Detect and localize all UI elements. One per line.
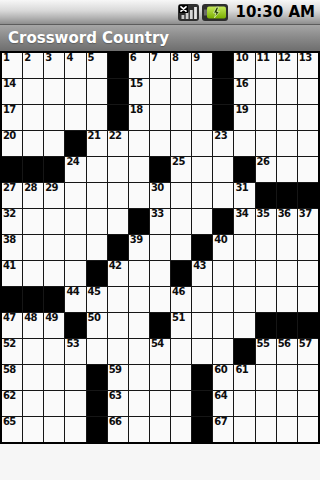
cell-r7c14[interactable]: 36: [277, 209, 297, 234]
status-bar-clock: 10:30 AM: [235, 3, 315, 21]
cell-r13c2[interactable]: [23, 365, 43, 390]
cell-r7c6[interactable]: [108, 209, 128, 234]
clue-number: 18: [130, 104, 143, 116]
cell-r4c13[interactable]: [256, 131, 276, 156]
cell-r5c10[interactable]: [192, 157, 212, 182]
cell-r7c7: [129, 209, 149, 234]
cell-r3c9[interactable]: [171, 105, 191, 130]
cell-r2c12[interactable]: 16: [234, 79, 254, 104]
cell-r11c13: [256, 313, 276, 338]
cell-r12c2[interactable]: [23, 339, 43, 364]
clue-number: 7: [151, 52, 157, 64]
cell-r2c15[interactable]: [298, 79, 318, 104]
cell-r9c2[interactable]: [23, 261, 43, 286]
clue-number: 37: [299, 208, 312, 220]
clue-number: 38: [3, 234, 16, 246]
cell-r6c13: [256, 183, 276, 208]
cell-r14c7[interactable]: [129, 391, 149, 416]
cell-r11c14: [277, 313, 297, 338]
cell-r1c2[interactable]: 2: [23, 53, 43, 78]
cell-r6c14: [277, 183, 297, 208]
clue-number: 60: [214, 364, 227, 376]
clue-number: 8: [172, 52, 178, 64]
cell-r6c4[interactable]: [65, 183, 85, 208]
cell-r11c10[interactable]: [192, 313, 212, 338]
cell-r10c5[interactable]: 45: [87, 287, 107, 312]
cell-r6c11[interactable]: [213, 183, 233, 208]
clue-number: 35: [257, 208, 270, 220]
cell-r3c10[interactable]: [192, 105, 212, 130]
cell-r12c14[interactable]: 56: [277, 339, 297, 364]
clue-number: 36: [278, 208, 291, 220]
cell-r13c9[interactable]: [171, 365, 191, 390]
clue-number: 65: [3, 416, 16, 428]
cell-r8c13[interactable]: [256, 235, 276, 260]
cell-r9c4[interactable]: [65, 261, 85, 286]
cell-r15c6[interactable]: 66: [108, 417, 128, 442]
cell-r13c4[interactable]: [65, 365, 85, 390]
clue-number: 3: [45, 52, 51, 64]
cell-r12c10[interactable]: [192, 339, 212, 364]
cell-r12c8[interactable]: 54: [150, 339, 170, 364]
battery-charging-icon: [202, 4, 228, 21]
cell-r2c5[interactable]: [87, 79, 107, 104]
clue-number: 42: [109, 260, 122, 272]
cell-r10c11[interactable]: [213, 287, 233, 312]
crossword-board: 1234567891011121314151617181920212223242…: [0, 51, 320, 444]
cell-r9c5: [87, 261, 107, 286]
cell-r15c7[interactable]: [129, 417, 149, 442]
clue-number: 40: [214, 234, 227, 246]
cell-r9c10[interactable]: 43: [192, 261, 212, 286]
clue-number: 52: [3, 338, 16, 350]
clue-number: 5: [88, 52, 94, 64]
phone-screen: 10:30 AM Crossword Country 1234567891011…: [0, 0, 320, 480]
cell-r5c9[interactable]: 25: [171, 157, 191, 182]
clue-number: 24: [66, 156, 79, 168]
cell-r3c15[interactable]: [298, 105, 318, 130]
cell-r12c7[interactable]: [129, 339, 149, 364]
cell-r3c14[interactable]: [277, 105, 297, 130]
clue-number: 29: [45, 182, 58, 194]
cell-r9c7[interactable]: [129, 261, 149, 286]
cell-r2c6: [108, 79, 128, 104]
cell-r15c4[interactable]: [65, 417, 85, 442]
clue-number: 4: [66, 52, 72, 64]
cell-r3c5[interactable]: [87, 105, 107, 130]
clue-number: 50: [88, 312, 101, 324]
cell-r11c3[interactable]: 49: [44, 313, 64, 338]
cell-r10c12[interactable]: [234, 287, 254, 312]
cell-r15c1[interactable]: 65: [2, 417, 22, 442]
cell-r6c15: [298, 183, 318, 208]
cell-r6c10[interactable]: [192, 183, 212, 208]
cell-r1c9[interactable]: 8: [171, 53, 191, 78]
cell-r8c10: [192, 235, 212, 260]
clue-number: 43: [193, 260, 206, 272]
cell-r15c3[interactable]: [44, 417, 64, 442]
cell-r10c9[interactable]: 46: [171, 287, 191, 312]
cell-r3c4[interactable]: [65, 105, 85, 130]
clue-number: 46: [172, 286, 185, 298]
cell-r2c8[interactable]: [150, 79, 170, 104]
cell-r9c14[interactable]: [277, 261, 297, 286]
cell-r15c11[interactable]: 67: [213, 417, 233, 442]
cell-r2c9[interactable]: [171, 79, 191, 104]
cell-r5c3: [44, 157, 64, 182]
cell-r5c2: [23, 157, 43, 182]
cell-r15c12[interactable]: [234, 417, 254, 442]
cell-r1c6: [108, 53, 128, 78]
cell-r14c4[interactable]: [65, 391, 85, 416]
cell-r14c2[interactable]: [23, 391, 43, 416]
cell-r6c12[interactable]: 31: [234, 183, 254, 208]
cell-r9c12[interactable]: [234, 261, 254, 286]
cell-r8c9[interactable]: [171, 235, 191, 260]
cell-r13c3[interactable]: [44, 365, 64, 390]
clue-number: 51: [172, 312, 185, 324]
cell-r13c11[interactable]: 60: [213, 365, 233, 390]
cell-r5c15[interactable]: [298, 157, 318, 182]
cell-r10c13[interactable]: [256, 287, 276, 312]
clue-number: 17: [3, 104, 16, 116]
clue-number: 62: [3, 390, 16, 402]
cell-r3c13[interactable]: [256, 105, 276, 130]
clue-number: 9: [193, 52, 199, 64]
clue-number: 2: [24, 52, 30, 64]
clue-number: 33: [151, 208, 164, 220]
clue-number: 61: [235, 364, 248, 376]
clue-number: 30: [151, 182, 164, 194]
clue-number: 25: [172, 156, 185, 168]
cell-r1c4[interactable]: 4: [65, 53, 85, 78]
cell-r10c14[interactable]: [277, 287, 297, 312]
cell-r10c7[interactable]: [129, 287, 149, 312]
clue-number: 12: [278, 52, 291, 64]
cell-r8c3[interactable]: [44, 235, 64, 260]
cell-r9c15[interactable]: [298, 261, 318, 286]
cell-r7c12[interactable]: 34: [234, 209, 254, 234]
cell-r2c4[interactable]: [65, 79, 85, 104]
cell-r8c5[interactable]: [87, 235, 107, 260]
cell-r11c15: [298, 313, 318, 338]
clue-number: 16: [235, 78, 248, 90]
clue-number: 13: [299, 52, 312, 64]
cell-r4c5[interactable]: 21: [87, 131, 107, 156]
cell-r11c5[interactable]: 50: [87, 313, 107, 338]
cell-r11c2[interactable]: 48: [23, 313, 43, 338]
cell-r8c6: [108, 235, 128, 260]
cell-r5c13[interactable]: 26: [256, 157, 276, 182]
clue-number: 11: [257, 52, 270, 64]
clue-number: 45: [88, 286, 101, 298]
cell-r10c4[interactable]: 44: [65, 287, 85, 312]
clue-number: 58: [3, 364, 16, 376]
cell-r13c15[interactable]: [298, 365, 318, 390]
cell-r14c15[interactable]: [298, 391, 318, 416]
cell-r12c13[interactable]: 55: [256, 339, 276, 364]
cell-r10c10[interactable]: [192, 287, 212, 312]
cell-r6c8[interactable]: 30: [150, 183, 170, 208]
cell-r8c8[interactable]: [150, 235, 170, 260]
cell-r9c13[interactable]: [256, 261, 276, 286]
cell-r14c10: [192, 391, 212, 416]
clue-number: 41: [3, 260, 16, 272]
clue-number: 59: [109, 364, 122, 376]
cell-r7c15[interactable]: 37: [298, 209, 318, 234]
cell-r13c6[interactable]: 59: [108, 365, 128, 390]
cell-r14c14[interactable]: [277, 391, 297, 416]
cell-r15c15[interactable]: [298, 417, 318, 442]
signal-no-signal-icon: [178, 4, 199, 21]
cell-r1c7[interactable]: 6: [129, 53, 149, 78]
cell-r9c9: [171, 261, 191, 286]
clue-number: 34: [235, 208, 248, 220]
clue-number: 28: [24, 182, 37, 194]
cell-r1c13[interactable]: 11: [256, 53, 276, 78]
clue-number: 19: [235, 104, 248, 116]
cell-r5c11[interactable]: [213, 157, 233, 182]
cell-r5c7[interactable]: [129, 157, 149, 182]
cell-r5c6[interactable]: [108, 157, 128, 182]
status-bar: 10:30 AM: [0, 0, 320, 25]
cell-r11c12[interactable]: [234, 313, 254, 338]
cell-r10c15[interactable]: [298, 287, 318, 312]
cell-r10c6[interactable]: [108, 287, 128, 312]
clue-number: 31: [235, 182, 248, 194]
cell-r3c1[interactable]: 17: [2, 105, 22, 130]
cell-r10c2: [23, 287, 43, 312]
cell-r5c14[interactable]: [277, 157, 297, 182]
clue-number: 20: [3, 130, 16, 142]
cell-r2c14[interactable]: [277, 79, 297, 104]
cell-r4c14[interactable]: [277, 131, 297, 156]
clue-number: 66: [109, 416, 122, 428]
cell-r13c12[interactable]: 61: [234, 365, 254, 390]
cell-r15c2[interactable]: [23, 417, 43, 442]
clue-number: 53: [66, 338, 79, 350]
clue-number: 49: [45, 312, 58, 324]
cell-r5c5[interactable]: [87, 157, 107, 182]
cell-r4c9[interactable]: [171, 131, 191, 156]
cell-r14c12[interactable]: [234, 391, 254, 416]
clue-number: 48: [24, 312, 37, 324]
cell-r8c14[interactable]: [277, 235, 297, 260]
clue-number: 63: [109, 390, 122, 402]
cell-r12c9[interactable]: [171, 339, 191, 364]
cell-r5c8: [150, 157, 170, 182]
cell-r14c13[interactable]: [256, 391, 276, 416]
cell-r15c13[interactable]: [256, 417, 276, 442]
cell-r7c1[interactable]: 32: [2, 209, 22, 234]
clue-number: 39: [130, 234, 143, 246]
cell-r3c3[interactable]: [44, 105, 64, 130]
cell-r4c1[interactable]: 20: [2, 131, 22, 156]
cell-r6c5[interactable]: [87, 183, 107, 208]
cell-r1c11: [213, 53, 233, 78]
cell-r10c1: [2, 287, 22, 312]
cell-r4c8[interactable]: [150, 131, 170, 156]
cell-r4c3[interactable]: [44, 131, 64, 156]
cell-r5c12: [234, 157, 254, 182]
cell-r12c5[interactable]: [87, 339, 107, 364]
cell-r8c7[interactable]: 39: [129, 235, 149, 260]
cell-r10c8[interactable]: [150, 287, 170, 312]
cell-r3c8[interactable]: [150, 105, 170, 130]
cell-r7c13[interactable]: 35: [256, 209, 276, 234]
cell-r13c1[interactable]: 58: [2, 365, 22, 390]
clue-number: 64: [214, 390, 227, 402]
app-title: Crossword Country: [8, 29, 169, 47]
cell-r8c15[interactable]: [298, 235, 318, 260]
cell-r11c6[interactable]: [108, 313, 128, 338]
cell-r1c3[interactable]: 3: [44, 53, 64, 78]
cell-r8c4[interactable]: [65, 235, 85, 260]
cell-r7c11: [213, 209, 233, 234]
clue-number: 54: [151, 338, 164, 350]
cell-r4c7[interactable]: [129, 131, 149, 156]
clue-number: 44: [66, 286, 79, 298]
cell-r14c8[interactable]: [150, 391, 170, 416]
cell-r14c1[interactable]: 62: [2, 391, 22, 416]
clue-number: 21: [88, 130, 101, 142]
clue-number: 10: [235, 52, 248, 64]
cell-r7c4[interactable]: [65, 209, 85, 234]
cell-r12c12: [234, 339, 254, 364]
clue-number: 22: [109, 130, 122, 142]
cell-r14c3[interactable]: [44, 391, 64, 416]
cell-r9c11[interactable]: [213, 261, 233, 286]
cell-r9c3[interactable]: [44, 261, 64, 286]
cell-r12c3[interactable]: [44, 339, 64, 364]
cell-r10c3: [44, 287, 64, 312]
cell-r3c11: [213, 105, 233, 130]
cell-r13c8[interactable]: [150, 365, 170, 390]
cell-r7c5[interactable]: [87, 209, 107, 234]
cell-r6c2[interactable]: 28: [23, 183, 43, 208]
cell-r1c14[interactable]: 12: [277, 53, 297, 78]
cell-r9c1[interactable]: 41: [2, 261, 22, 286]
cell-r7c2[interactable]: [23, 209, 43, 234]
clue-number: 15: [130, 78, 143, 90]
cell-r6c9[interactable]: [171, 183, 191, 208]
cell-r15c9[interactable]: [171, 417, 191, 442]
cell-r7c9[interactable]: [171, 209, 191, 234]
cell-r13c10: [192, 365, 212, 390]
cell-r8c2[interactable]: [23, 235, 43, 260]
clue-number: 27: [3, 182, 16, 194]
clue-number: 67: [214, 416, 227, 428]
clue-number: 23: [214, 130, 227, 142]
clue-number: 32: [3, 208, 16, 220]
cell-r14c11[interactable]: 64: [213, 391, 233, 416]
cell-r15c14[interactable]: [277, 417, 297, 442]
cell-r8c1[interactable]: 38: [2, 235, 22, 260]
cell-r11c8: [150, 313, 170, 338]
cell-r2c13[interactable]: [256, 79, 276, 104]
cell-r12c4[interactable]: 53: [65, 339, 85, 364]
cell-r11c11[interactable]: [213, 313, 233, 338]
cell-r1c5[interactable]: 5: [87, 53, 107, 78]
cell-r12c6[interactable]: [108, 339, 128, 364]
clue-number: 26: [257, 156, 270, 168]
cell-r3c7[interactable]: 18: [129, 105, 149, 130]
cell-r13c13[interactable]: [256, 365, 276, 390]
cell-r2c3[interactable]: [44, 79, 64, 104]
cell-r2c1[interactable]: 14: [2, 79, 22, 104]
title-bar: Crossword Country: [0, 25, 320, 51]
cell-r3c2[interactable]: [23, 105, 43, 130]
cell-r9c8[interactable]: [150, 261, 170, 286]
cell-r2c2[interactable]: [23, 79, 43, 104]
cell-r4c4: [65, 131, 85, 156]
cell-r5c4[interactable]: 24: [65, 157, 85, 182]
clue-number: 14: [3, 78, 16, 90]
cell-r13c5: [87, 365, 107, 390]
cell-r6c3[interactable]: 29: [44, 183, 64, 208]
cell-r4c10[interactable]: [192, 131, 212, 156]
cell-r14c9[interactable]: [171, 391, 191, 416]
cell-r9c6[interactable]: 42: [108, 261, 128, 286]
cell-r8c11[interactable]: 40: [213, 235, 233, 260]
cell-r1c15[interactable]: 13: [298, 53, 318, 78]
cell-r12c11[interactable]: [213, 339, 233, 364]
cell-r7c10[interactable]: [192, 209, 212, 234]
clue-number: 6: [130, 52, 136, 64]
clue-number: 47: [3, 312, 16, 324]
cell-r7c3[interactable]: [44, 209, 64, 234]
cell-r6c1[interactable]: 27: [2, 183, 22, 208]
clue-number: 55: [257, 338, 270, 350]
cell-r1c1[interactable]: 1: [2, 53, 22, 78]
cell-r15c8[interactable]: [150, 417, 170, 442]
cell-r15c5: [87, 417, 107, 442]
cell-r11c4: [65, 313, 85, 338]
cell-r4c2[interactable]: [23, 131, 43, 156]
cell-r13c14[interactable]: [277, 365, 297, 390]
cell-r6c7[interactable]: [129, 183, 149, 208]
cell-r14c5: [87, 391, 107, 416]
cell-r4c12[interactable]: [234, 131, 254, 156]
cell-r11c7[interactable]: [129, 313, 149, 338]
cell-r5c1: [2, 157, 22, 182]
cell-r4c11[interactable]: 23: [213, 131, 233, 156]
cell-r14c6[interactable]: 63: [108, 391, 128, 416]
cell-r3c6: [108, 105, 128, 130]
cell-r7c8[interactable]: 33: [150, 209, 170, 234]
cell-r15c10: [192, 417, 212, 442]
cell-r13c7[interactable]: [129, 365, 149, 390]
cell-r1c8[interactable]: 7: [150, 53, 170, 78]
clue-number: 56: [278, 338, 291, 350]
cell-r2c11: [213, 79, 233, 104]
cell-r12c1[interactable]: 52: [2, 339, 22, 364]
cell-r12c15[interactable]: 57: [298, 339, 318, 364]
cell-r2c7[interactable]: 15: [129, 79, 149, 104]
cell-r4c15[interactable]: [298, 131, 318, 156]
cell-r2c10[interactable]: [192, 79, 212, 104]
cell-r4c6[interactable]: 22: [108, 131, 128, 156]
cell-r1c10[interactable]: 9: [192, 53, 212, 78]
cell-r11c1[interactable]: 47: [2, 313, 22, 338]
cell-r6c6[interactable]: [108, 183, 128, 208]
cell-r1c12[interactable]: 10: [234, 53, 254, 78]
cell-r8c12[interactable]: [234, 235, 254, 260]
cell-r3c12[interactable]: 19: [234, 105, 254, 130]
cell-r11c9[interactable]: 51: [171, 313, 191, 338]
clue-number: 1: [3, 52, 9, 64]
clue-number: 57: [299, 338, 312, 350]
